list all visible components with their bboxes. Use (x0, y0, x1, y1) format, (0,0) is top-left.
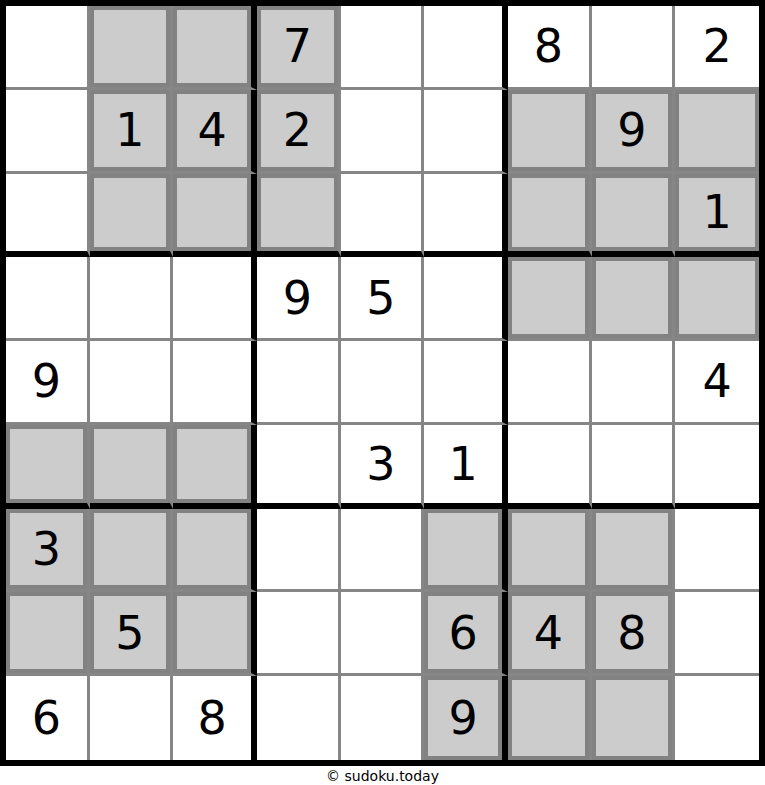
cell-r2c5[interactable] (341, 90, 425, 174)
cell-r7c7[interactable] (508, 509, 592, 593)
cell-r5c1[interactable]: 9 (6, 341, 90, 425)
cell-r2c2[interactable]: 1 (90, 90, 174, 174)
cell-r7c3[interactable] (173, 509, 257, 593)
cell-r8c9[interactable] (675, 592, 759, 676)
cell-r8c3[interactable] (173, 592, 257, 676)
cell-r9c1[interactable]: 6 (6, 676, 90, 760)
cell-r4c8[interactable] (592, 257, 676, 341)
cell-r1c6[interactable] (424, 6, 508, 90)
cell-r8c7[interactable]: 4 (508, 592, 592, 676)
cell-r3c2[interactable] (90, 174, 174, 258)
cell-r9c7[interactable] (508, 676, 592, 760)
cell-r8c8[interactable]: 8 (592, 592, 676, 676)
cell-r7c5[interactable] (341, 509, 425, 593)
cell-r8c5[interactable] (341, 592, 425, 676)
cell-r2c8[interactable]: 9 (592, 90, 676, 174)
cell-r6c8[interactable] (592, 425, 676, 509)
cell-r1c5[interactable] (341, 6, 425, 90)
cell-r2c7[interactable] (508, 90, 592, 174)
cell-r3c4[interactable] (257, 174, 341, 258)
cell-r6c4[interactable] (257, 425, 341, 509)
cell-r7c1[interactable]: 3 (6, 509, 90, 593)
cell-r2c4[interactable]: 2 (257, 90, 341, 174)
cell-r5c2[interactable] (90, 341, 174, 425)
cell-r7c8[interactable] (592, 509, 676, 593)
cell-r9c5[interactable] (341, 676, 425, 760)
cell-r2c6[interactable] (424, 90, 508, 174)
cell-r3c8[interactable] (592, 174, 676, 258)
credit-text: © sudoku.today (326, 768, 439, 784)
cell-r6c1[interactable] (6, 425, 90, 509)
cell-r9c3[interactable]: 8 (173, 676, 257, 760)
cell-r1c3[interactable] (173, 6, 257, 90)
cell-r5c4[interactable] (257, 341, 341, 425)
cell-r8c6[interactable]: 6 (424, 592, 508, 676)
cell-r7c9[interactable] (675, 509, 759, 593)
cell-r4c9[interactable] (675, 257, 759, 341)
cell-r5c6[interactable] (424, 341, 508, 425)
cell-r4c5[interactable]: 5 (341, 257, 425, 341)
cell-r1c9[interactable]: 2 (675, 6, 759, 90)
cell-r2c9[interactable] (675, 90, 759, 174)
cell-r1c1[interactable] (6, 6, 90, 90)
cell-r5c3[interactable] (173, 341, 257, 425)
cell-r2c3[interactable]: 4 (173, 90, 257, 174)
cell-r3c7[interactable] (508, 174, 592, 258)
cell-r1c7[interactable]: 8 (508, 6, 592, 90)
cell-r6c6[interactable]: 1 (424, 425, 508, 509)
cell-r9c9[interactable] (675, 676, 759, 760)
cell-r5c9[interactable]: 4 (675, 341, 759, 425)
sudoku-board: 7821429195943135648689 (0, 0, 765, 766)
page: 7821429195943135648689 © sudoku.today (0, 0, 765, 785)
cell-r6c5[interactable]: 3 (341, 425, 425, 509)
cell-r6c7[interactable] (508, 425, 592, 509)
cell-r4c7[interactable] (508, 257, 592, 341)
cell-r1c4[interactable]: 7 (257, 6, 341, 90)
cell-r9c2[interactable] (90, 676, 174, 760)
cell-r4c6[interactable] (424, 257, 508, 341)
cell-r1c2[interactable] (90, 6, 174, 90)
cell-r4c4[interactable]: 9 (257, 257, 341, 341)
cell-r7c6[interactable] (424, 509, 508, 593)
cell-r4c3[interactable] (173, 257, 257, 341)
cell-r3c6[interactable] (424, 174, 508, 258)
cell-r4c1[interactable] (6, 257, 90, 341)
cell-r4c2[interactable] (90, 257, 174, 341)
cell-r1c8[interactable] (592, 6, 676, 90)
cell-r5c5[interactable] (341, 341, 425, 425)
cell-r8c1[interactable] (6, 592, 90, 676)
cell-r3c3[interactable] (173, 174, 257, 258)
cell-r3c1[interactable] (6, 174, 90, 258)
cell-r7c2[interactable] (90, 509, 174, 593)
cell-r9c8[interactable] (592, 676, 676, 760)
cell-r5c7[interactable] (508, 341, 592, 425)
cell-r3c9[interactable]: 1 (675, 174, 759, 258)
cell-r6c3[interactable] (173, 425, 257, 509)
cell-r3c5[interactable] (341, 174, 425, 258)
cell-r6c2[interactable] (90, 425, 174, 509)
cell-r5c8[interactable] (592, 341, 676, 425)
cell-r8c2[interactable]: 5 (90, 592, 174, 676)
cell-r8c4[interactable] (257, 592, 341, 676)
cell-r9c4[interactable] (257, 676, 341, 760)
cell-r6c9[interactable] (675, 425, 759, 509)
cell-r7c4[interactable] (257, 509, 341, 593)
cell-r9c6[interactable]: 9 (424, 676, 508, 760)
cell-r2c1[interactable] (6, 90, 90, 174)
footer: © sudoku.today (0, 766, 765, 785)
